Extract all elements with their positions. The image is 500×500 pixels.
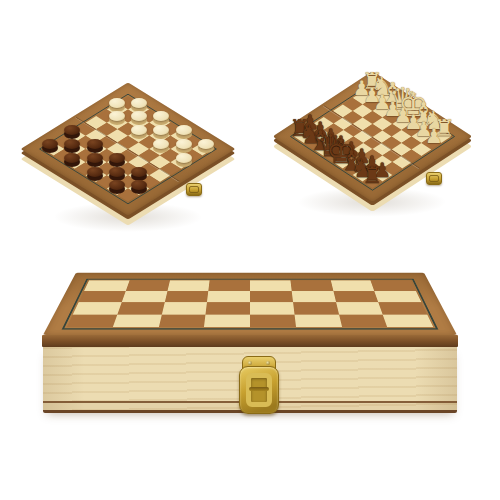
checker-piece-light (198, 139, 214, 153)
chess-piece-dark-R: ♜ (362, 164, 383, 187)
checker-top (87, 167, 103, 177)
checker-top (176, 125, 192, 135)
lid-square (209, 280, 250, 291)
lid-square (121, 291, 167, 302)
checker-top (176, 153, 192, 163)
checker-piece-light (109, 98, 125, 112)
brass-clasp-icon (239, 356, 279, 416)
checker-piece-dark (64, 153, 80, 167)
lid-square (383, 314, 433, 327)
lid-square (73, 302, 122, 314)
closed-box (43, 215, 457, 415)
closed-box-checker-grid (67, 280, 433, 327)
checker-piece-light (176, 125, 192, 139)
lid-square (207, 291, 250, 302)
clasp-body (239, 366, 279, 414)
checker-piece-dark (87, 139, 103, 153)
checker-piece-light (153, 139, 169, 153)
checker-top (131, 98, 147, 108)
checker-piece-light (131, 125, 147, 139)
checker-top (64, 153, 80, 163)
checker-piece-dark (64, 139, 80, 153)
lid-square (204, 314, 250, 327)
closed-box-lid-top (43, 273, 457, 335)
checker-top (87, 153, 103, 163)
lid-square (206, 302, 250, 314)
lid-square (167, 280, 210, 291)
checker-piece-light (131, 98, 147, 112)
checker-piece-light (176, 153, 192, 167)
checker-piece-dark (64, 125, 80, 139)
checker-top (109, 153, 125, 163)
checker-piece-dark (42, 139, 58, 153)
lid-square (339, 314, 388, 327)
checker-piece-light (131, 111, 147, 125)
checker-piece-dark (109, 167, 125, 181)
lid-square (336, 302, 383, 314)
checker-top (109, 98, 125, 108)
lid-square (330, 280, 374, 291)
lid-square (250, 291, 293, 302)
lid-square (84, 280, 129, 291)
lid-square (250, 280, 291, 291)
lid-square (250, 302, 294, 314)
checker-piece-light (153, 111, 169, 125)
checker-piece-dark (131, 180, 147, 194)
lid-square (126, 280, 170, 291)
closed-box-checker-pattern (62, 279, 439, 330)
product-photo-stage: ♜♞♝♛♚♝♞♜♟♟♟♟♟♟♟♟♟♟♟♟♟♟♟♟♜♞♝♛♚♝♞♜ (0, 0, 500, 500)
lid-square (294, 314, 341, 327)
lid-square (293, 302, 339, 314)
checker-piece-dark (87, 153, 103, 167)
checker-piece-dark (131, 167, 147, 181)
lid-square (117, 302, 164, 314)
checker-top (109, 167, 125, 177)
lid-square (158, 314, 205, 327)
lid-square (79, 291, 126, 302)
clasp-bar (249, 387, 269, 391)
checker-piece-dark (109, 180, 125, 194)
brass-clasp-icon (186, 183, 202, 196)
screw-icon (266, 361, 270, 365)
checker-top (176, 139, 192, 149)
lid-square (250, 314, 296, 327)
checker-piece-dark (87, 167, 103, 181)
lid-square (67, 314, 117, 327)
clasp-loop (429, 175, 439, 182)
lid-square (290, 280, 333, 291)
lid-square (164, 291, 208, 302)
checker-top (42, 139, 58, 149)
checker-piece-light (176, 139, 192, 153)
closed-box-lid-edge (42, 335, 458, 347)
checker-piece-light (109, 111, 125, 125)
chess-piece-light-P: ♟ (425, 126, 443, 146)
lid-square (291, 291, 335, 302)
lid-square (379, 302, 428, 314)
checker-top (131, 167, 147, 177)
lid-square (374, 291, 421, 302)
checker-piece-light (153, 125, 169, 139)
lid-square (371, 280, 416, 291)
checker-piece-dark (109, 153, 125, 167)
checker-top (87, 139, 103, 149)
lid-square (113, 314, 162, 327)
clasp-loop (189, 186, 199, 193)
brass-clasp-icon (426, 172, 442, 185)
checker-top (198, 139, 214, 149)
lid-square (333, 291, 379, 302)
lid-square (161, 302, 207, 314)
screw-icon (248, 361, 252, 365)
